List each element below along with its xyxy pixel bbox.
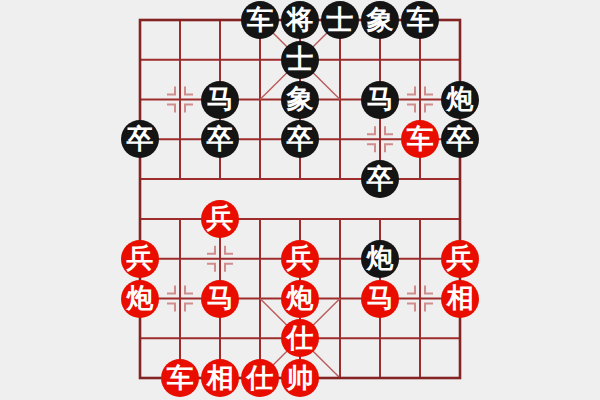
piece-black-pawn[interactable]: 卒 <box>361 160 399 198</box>
piece-black-elephant[interactable]: 象 <box>281 81 319 119</box>
piece-red-pawn[interactable]: 兵 <box>441 240 479 278</box>
app-background: 车将士象车士马象马炮卒卒卒车卒卒兵兵兵炮兵炮马炮马相仕车相仕帅 <box>0 0 600 400</box>
piece-red-horse[interactable]: 马 <box>361 280 399 318</box>
pieces-layer: 车将士象车士马象马炮卒卒卒车卒卒兵兵兵炮兵炮马炮马相仕车相仕帅 <box>0 0 600 400</box>
piece-black-pawn[interactable]: 卒 <box>121 120 159 158</box>
piece-red-elephant[interactable]: 相 <box>201 359 239 397</box>
piece-black-chariot[interactable]: 车 <box>401 1 439 39</box>
piece-black-cannon[interactable]: 炮 <box>441 81 479 119</box>
piece-red-pawn[interactable]: 兵 <box>121 240 159 278</box>
piece-red-chariot[interactable]: 车 <box>401 120 439 158</box>
piece-black-pawn[interactable]: 卒 <box>441 120 479 158</box>
piece-red-pawn[interactable]: 兵 <box>281 240 319 278</box>
xiangqi-board[interactable]: 车将士象车士马象马炮卒卒卒车卒卒兵兵兵炮兵炮马炮马相仕车相仕帅 <box>0 0 600 400</box>
piece-red-cannon[interactable]: 炮 <box>121 280 159 318</box>
piece-black-advisor[interactable]: 士 <box>321 1 359 39</box>
piece-red-advisor[interactable]: 仕 <box>281 319 319 357</box>
piece-black-king[interactable]: 将 <box>281 1 319 39</box>
piece-red-king[interactable]: 帅 <box>281 359 319 397</box>
piece-black-chariot[interactable]: 车 <box>241 1 279 39</box>
piece-red-chariot[interactable]: 车 <box>161 359 199 397</box>
piece-black-pawn[interactable]: 卒 <box>201 120 239 158</box>
piece-black-cannon[interactable]: 炮 <box>361 240 399 278</box>
piece-black-advisor[interactable]: 士 <box>281 41 319 79</box>
piece-black-elephant[interactable]: 象 <box>361 1 399 39</box>
piece-black-horse[interactable]: 马 <box>201 81 239 119</box>
piece-red-horse[interactable]: 马 <box>201 280 239 318</box>
piece-red-pawn[interactable]: 兵 <box>201 200 239 238</box>
piece-black-horse[interactable]: 马 <box>361 81 399 119</box>
piece-red-advisor[interactable]: 仕 <box>241 359 279 397</box>
piece-red-cannon[interactable]: 炮 <box>281 280 319 318</box>
piece-black-pawn[interactable]: 卒 <box>281 120 319 158</box>
piece-red-elephant[interactable]: 相 <box>441 280 479 318</box>
